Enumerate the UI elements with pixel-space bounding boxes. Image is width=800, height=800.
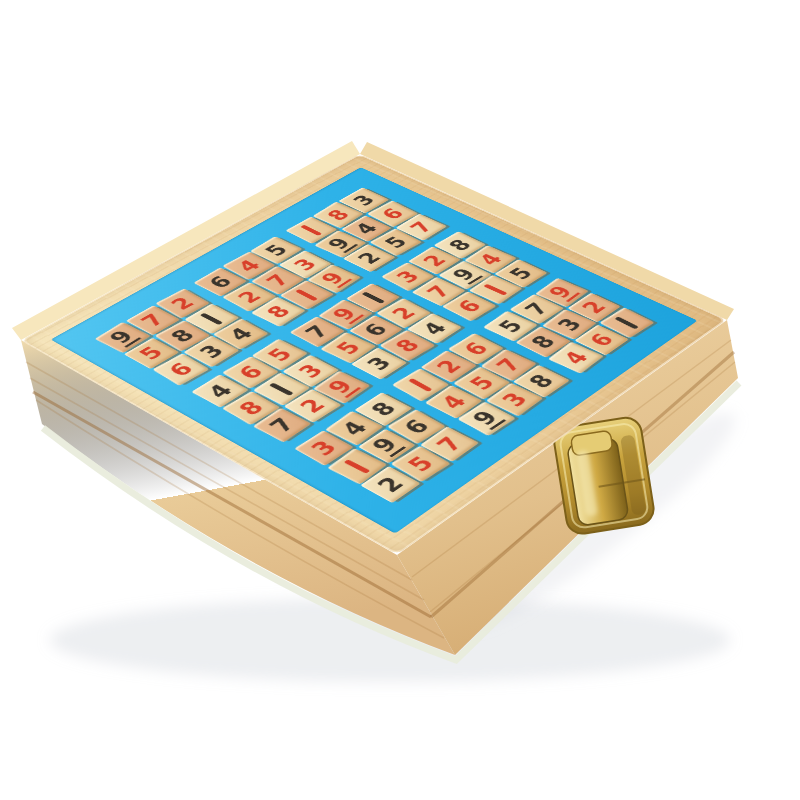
digit-glyph: 8	[234, 398, 268, 418]
digit-glyph: 3	[362, 354, 395, 373]
digit-glyph: 4	[418, 319, 451, 337]
digit-1-bar	[200, 312, 223, 324]
digit-glyph: 2	[373, 474, 409, 495]
digit-glyph: 7	[422, 283, 454, 300]
digit-glyph: 8	[391, 337, 424, 355]
digit-glyph: 6	[234, 363, 267, 382]
digit-glyph: 3	[289, 256, 320, 273]
digit-glyph: 8	[323, 207, 353, 222]
digit-glyph: 7	[301, 323, 334, 341]
digit-glyph: 5	[505, 265, 537, 282]
digit-1-bar	[361, 292, 385, 304]
digit-glyph: 7	[261, 272, 293, 289]
digit-glyph: 5	[331, 338, 364, 356]
digit-glyph: 9	[327, 305, 364, 325]
digit-glyph: 7	[137, 311, 169, 329]
digit-glyph: 2	[354, 250, 385, 266]
digit-glyph: 7	[406, 219, 437, 235]
digit-glyph: 6	[377, 206, 407, 222]
digit-glyph: 6	[360, 321, 393, 339]
digit-glyph: 9	[323, 376, 361, 397]
digit-glyph: 3	[195, 342, 228, 360]
digit-glyph: 5	[380, 234, 411, 250]
digit-glyph: 3	[552, 316, 585, 334]
digit-glyph: 7	[520, 300, 552, 318]
digit-glyph: 9	[104, 327, 141, 347]
digit-glyph: 6	[399, 416, 433, 436]
digit-glyph: 4	[559, 349, 593, 367]
digit-glyph: 8	[262, 303, 294, 320]
digit-1-bar	[295, 289, 318, 301]
digit-glyph: 9	[367, 434, 407, 457]
digit-glyph: 8	[525, 372, 559, 391]
digit-glyph: 2	[432, 357, 466, 376]
digit-glyph: 9	[447, 266, 483, 285]
digit-glyph: 8	[166, 327, 198, 345]
digit-glyph: 3	[497, 390, 531, 409]
digit-glyph: 7	[265, 415, 300, 435]
digit-glyph: 4	[337, 418, 372, 438]
digit-glyph: 2	[388, 304, 420, 322]
digit-glyph: 4	[225, 325, 257, 343]
digit-glyph: 7	[432, 434, 467, 454]
digit-glyph: 7	[492, 355, 526, 374]
digit-glyph: 3	[306, 438, 341, 459]
digit-glyph: 2	[233, 288, 265, 305]
digit-glyph: 6	[459, 339, 492, 357]
digit-glyph: 9	[467, 408, 506, 431]
digit-glyph: 4	[351, 221, 382, 237]
digit-glyph: 4	[436, 392, 470, 411]
digit-glyph: 4	[233, 258, 264, 275]
digit-glyph: 5	[464, 373, 498, 392]
digit-glyph: 2	[578, 299, 610, 316]
digit-glyph: 5	[494, 317, 527, 335]
gold-clasp	[552, 415, 656, 535]
digit-glyph: 5	[135, 344, 168, 362]
digit-1-bar	[615, 316, 640, 329]
digit-glyph: 8	[526, 333, 559, 351]
digit-glyph: 5	[261, 242, 292, 258]
digit-glyph: 4	[475, 251, 506, 267]
digit-1-bar	[483, 284, 507, 296]
digit-glyph: 9	[316, 269, 352, 288]
digit-1-bar	[269, 382, 294, 395]
digit-glyph: 5	[403, 454, 438, 475]
digit-glyph: 5	[263, 345, 296, 363]
digit-1-bar	[343, 459, 370, 473]
digit-glyph: 9	[322, 235, 357, 253]
digit-glyph: 9	[544, 283, 581, 302]
digit-glyph: 6	[204, 274, 236, 291]
digit-glyph: 8	[444, 237, 475, 253]
digit-glyph: 2	[418, 252, 449, 268]
digit-glyph: 2	[295, 396, 329, 416]
digit-glyph: 3	[392, 268, 423, 285]
product-photo-stage: 9726458358273946634892574657932883562794…	[0, 0, 800, 800]
digit-1-bar	[300, 225, 322, 236]
digit-glyph: 4	[203, 381, 237, 400]
digit-glyph: 6	[585, 331, 618, 349]
digit-glyph: 3	[349, 193, 379, 208]
digit-glyph: 2	[167, 295, 199, 312]
digit-glyph: 8	[366, 399, 400, 419]
digit-glyph: 3	[294, 361, 327, 380]
digit-1-bar	[408, 378, 433, 392]
digit-glyph: 6	[453, 298, 485, 316]
digit-glyph: 6	[165, 360, 198, 379]
